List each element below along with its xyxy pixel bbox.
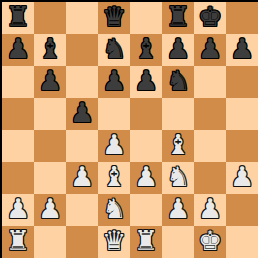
square-e1[interactable]: ♜	[130, 226, 162, 258]
square-c6[interactable]	[66, 66, 98, 98]
square-a7[interactable]: ♟	[2, 34, 34, 66]
piece-black-bishop-e7[interactable]: ♝	[134, 34, 158, 65]
piece-white-knight-d2[interactable]: ♞	[102, 194, 126, 225]
piece-black-pawn-e6[interactable]: ♟	[134, 66, 158, 97]
square-d1[interactable]: ♛	[98, 226, 130, 258]
square-h6[interactable]	[226, 66, 258, 98]
square-b1[interactable]	[34, 226, 66, 258]
square-f6[interactable]: ♞	[162, 66, 194, 98]
square-f8[interactable]: ♜	[162, 2, 194, 34]
piece-black-rook-f8[interactable]: ♜	[166, 2, 190, 33]
square-c5[interactable]: ♟	[66, 98, 98, 130]
square-e8[interactable]	[130, 2, 162, 34]
chess-board-screenshot: ♜♛♜♚♟♝♞♝♟♟♟♟♟♟♞♟♟♝♟♝♟♞♟♟♟♞♟♟♜♛♜♚	[0, 0, 258, 258]
square-e6[interactable]: ♟	[130, 66, 162, 98]
piece-white-pawn-b2[interactable]: ♟	[38, 194, 62, 225]
piece-black-pawn-h7[interactable]: ♟	[230, 34, 254, 65]
square-e3[interactable]: ♟	[130, 162, 162, 194]
piece-white-rook-e1[interactable]: ♜	[134, 226, 158, 257]
square-c2[interactable]	[66, 194, 98, 226]
piece-white-pawn-e3[interactable]: ♟	[134, 162, 158, 193]
square-g5[interactable]	[194, 98, 226, 130]
piece-black-pawn-f7[interactable]: ♟	[166, 34, 190, 65]
square-a6[interactable]	[2, 66, 34, 98]
square-f1[interactable]	[162, 226, 194, 258]
piece-black-pawn-a7[interactable]: ♟	[6, 34, 30, 65]
chess-board: ♜♛♜♚♟♝♞♝♟♟♟♟♟♟♞♟♟♝♟♝♟♞♟♟♟♞♟♟♜♛♜♚	[0, 0, 258, 258]
square-h2[interactable]	[226, 194, 258, 226]
piece-black-king-g8[interactable]: ♚	[198, 2, 222, 33]
piece-white-pawn-a2[interactable]: ♟	[6, 194, 30, 225]
square-a1[interactable]: ♜	[2, 226, 34, 258]
square-g6[interactable]	[194, 66, 226, 98]
square-e2[interactable]	[130, 194, 162, 226]
square-c1[interactable]	[66, 226, 98, 258]
square-b7[interactable]: ♝	[34, 34, 66, 66]
square-b8[interactable]	[34, 2, 66, 34]
square-h3[interactable]: ♟	[226, 162, 258, 194]
square-d3[interactable]: ♝	[98, 162, 130, 194]
piece-white-pawn-d4[interactable]: ♟	[102, 130, 126, 161]
piece-white-bishop-d3[interactable]: ♝	[102, 162, 126, 193]
piece-white-knight-f3[interactable]: ♞	[166, 162, 190, 193]
square-f7[interactable]: ♟	[162, 34, 194, 66]
square-f3[interactable]: ♞	[162, 162, 194, 194]
square-f5[interactable]	[162, 98, 194, 130]
piece-black-rook-a8[interactable]: ♜	[6, 2, 30, 33]
square-c4[interactable]	[66, 130, 98, 162]
square-b5[interactable]	[34, 98, 66, 130]
square-c7[interactable]	[66, 34, 98, 66]
piece-black-queen-d8[interactable]: ♛	[102, 2, 126, 33]
square-a3[interactable]	[2, 162, 34, 194]
square-a4[interactable]	[2, 130, 34, 162]
piece-black-pawn-b6[interactable]: ♟	[38, 66, 62, 97]
square-g3[interactable]	[194, 162, 226, 194]
square-b6[interactable]: ♟	[34, 66, 66, 98]
piece-white-queen-d1[interactable]: ♛	[102, 226, 126, 257]
square-f2[interactable]: ♟	[162, 194, 194, 226]
square-a5[interactable]	[2, 98, 34, 130]
piece-black-pawn-c5[interactable]: ♟	[70, 98, 94, 129]
square-d4[interactable]: ♟	[98, 130, 130, 162]
square-d2[interactable]: ♞	[98, 194, 130, 226]
square-d8[interactable]: ♛	[98, 2, 130, 34]
piece-white-bishop-f4[interactable]: ♝	[166, 130, 190, 161]
square-g7[interactable]: ♟	[194, 34, 226, 66]
piece-white-pawn-g2[interactable]: ♟	[198, 194, 222, 225]
square-b3[interactable]	[34, 162, 66, 194]
piece-black-knight-d7[interactable]: ♞	[102, 34, 126, 65]
square-h8[interactable]	[226, 2, 258, 34]
square-b2[interactable]: ♟	[34, 194, 66, 226]
square-e7[interactable]: ♝	[130, 34, 162, 66]
square-f4[interactable]: ♝	[162, 130, 194, 162]
square-g1[interactable]: ♚	[194, 226, 226, 258]
piece-black-bishop-b7[interactable]: ♝	[38, 34, 62, 65]
square-d7[interactable]: ♞	[98, 34, 130, 66]
square-h4[interactable]	[226, 130, 258, 162]
square-g8[interactable]: ♚	[194, 2, 226, 34]
piece-black-pawn-g7[interactable]: ♟	[198, 34, 222, 65]
square-c3[interactable]: ♟	[66, 162, 98, 194]
square-a8[interactable]: ♜	[2, 2, 34, 34]
piece-white-pawn-h3[interactable]: ♟	[230, 162, 254, 193]
square-c8[interactable]	[66, 2, 98, 34]
square-d6[interactable]: ♟	[98, 66, 130, 98]
square-h1[interactable]	[226, 226, 258, 258]
square-b4[interactable]	[34, 130, 66, 162]
piece-white-pawn-f2[interactable]: ♟	[166, 194, 190, 225]
square-h7[interactable]: ♟	[226, 34, 258, 66]
square-e5[interactable]	[130, 98, 162, 130]
square-e4[interactable]	[130, 130, 162, 162]
piece-black-pawn-d6[interactable]: ♟	[102, 66, 126, 97]
square-d5[interactable]	[98, 98, 130, 130]
piece-white-rook-a1[interactable]: ♜	[6, 226, 30, 257]
square-g4[interactable]	[194, 130, 226, 162]
piece-white-king-g1[interactable]: ♚	[198, 226, 222, 257]
square-h5[interactable]	[226, 98, 258, 130]
piece-white-pawn-c3[interactable]: ♟	[70, 162, 94, 193]
square-a2[interactable]: ♟	[2, 194, 34, 226]
piece-black-knight-f6[interactable]: ♞	[166, 66, 190, 97]
square-g2[interactable]: ♟	[194, 194, 226, 226]
